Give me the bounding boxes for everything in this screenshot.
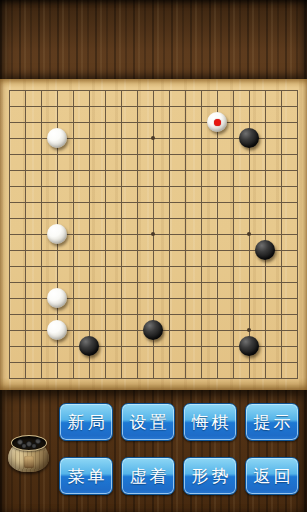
star-point <box>247 328 251 332</box>
white-stone <box>47 320 67 340</box>
new-game-button[interactable]: 新局 <box>59 403 113 441</box>
stone-bowl-black-stones <box>11 435 47 451</box>
black-stone <box>255 240 275 260</box>
black-stone <box>239 336 259 356</box>
white-stone <box>207 112 227 132</box>
settings-button[interactable]: 设置 <box>121 403 175 441</box>
go-board[interactable] <box>0 79 307 390</box>
button-row-top: 新局 设置 悔棋 提示 <box>59 403 299 441</box>
menu-button[interactable]: 菜单 <box>59 457 113 495</box>
white-stone <box>47 224 67 244</box>
button-row-bottom: 菜单 虚着 形势 返回 <box>59 457 299 495</box>
black-stone <box>143 320 163 340</box>
last-move-marker <box>214 119 221 126</box>
white-stone <box>47 128 67 148</box>
stone-bowl-icon <box>7 433 51 475</box>
black-stone <box>79 336 99 356</box>
star-point <box>151 136 155 140</box>
back-button[interactable]: 返回 <box>245 457 299 495</box>
black-stone <box>239 128 259 148</box>
score-estimate-button[interactable]: 形势 <box>183 457 237 495</box>
hint-button[interactable]: 提示 <box>245 403 299 441</box>
white-stone <box>47 288 67 308</box>
stone-bowl-grain <box>24 456 34 468</box>
undo-button[interactable]: 悔棋 <box>183 403 237 441</box>
star-point <box>247 232 251 236</box>
go-app-screen: 新局 设置 悔棋 提示 菜单 虚着 形势 返回 <box>0 0 307 512</box>
pass-button[interactable]: 虚着 <box>121 457 175 495</box>
star-point <box>151 232 155 236</box>
